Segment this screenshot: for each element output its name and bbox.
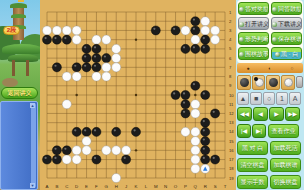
button-icon: [272, 37, 277, 42]
col-label: S: [214, 184, 217, 189]
black-stone: [42, 155, 51, 164]
panel-button-3[interactable]: 下载讲义: [271, 17, 302, 30]
move-nav-row: ◀◀◀▶▶▶: [237, 106, 303, 121]
white-stone: [72, 146, 81, 155]
white-stone: [82, 137, 91, 146]
black-stone-icon: [240, 78, 249, 87]
mode-strip: ●◐○: [237, 63, 303, 73]
white-stone: [112, 63, 121, 72]
panel-button-6[interactable]: 围棋故事: [238, 47, 269, 60]
bottom-button-0[interactable]: 查看作业: [268, 124, 299, 138]
alt-dot-icon: [254, 77, 258, 81]
marker-tool-2[interactable]: ○: [263, 92, 275, 105]
white-stone: [62, 72, 71, 81]
white-stone: [201, 17, 210, 26]
col-label: B: [55, 184, 58, 189]
black-stone: [201, 35, 210, 44]
row-label: 19: [229, 176, 234, 181]
col-label: G: [105, 184, 109, 189]
black-stone: [102, 54, 111, 63]
white-stone: [72, 26, 81, 35]
chat-list-panel[interactable]: ▲ ▼: [0, 101, 38, 190]
button-label: 下载讲义: [278, 21, 302, 27]
black-stone: [82, 63, 91, 72]
pavilion-column: [26, 60, 29, 76]
col-label: N: [164, 184, 167, 189]
marker-tool-0[interactable]: ▲: [237, 92, 249, 105]
black-stone: [211, 109, 220, 118]
button-icon: [239, 52, 244, 57]
bottom-button-1[interactable]: 黑 对 白: [237, 141, 268, 155]
col-label: E: [85, 184, 88, 189]
col-label: K: [135, 184, 138, 189]
black-stone: [52, 146, 61, 155]
jump-button-1[interactable]: ▶|: [252, 124, 266, 138]
scrollbar[interactable]: ▲ ▼: [31, 103, 36, 188]
white-stone: [181, 127, 190, 136]
black-stone: [171, 26, 180, 35]
white-stone: [112, 146, 121, 155]
white-stone: [52, 26, 61, 35]
white-stone: [191, 127, 200, 136]
bottom-button-3[interactable]: 清空棋盘: [237, 158, 268, 172]
black-stone: [181, 100, 190, 109]
scroll-down-icon[interactable]: ▼: [30, 183, 35, 188]
nav-button-2[interactable]: ▶: [269, 107, 284, 121]
marker-tool-4[interactable]: A: [289, 92, 301, 105]
white-stone: [191, 137, 200, 146]
black-stone: [82, 127, 91, 136]
white-stone: [62, 100, 71, 109]
black-stone: [92, 63, 101, 72]
white-stone: [62, 26, 71, 35]
black-stone: [52, 35, 61, 44]
panel-button-5[interactable]: 保存棋谱: [271, 32, 302, 45]
button-icon: [272, 22, 277, 27]
stone-tool-black2[interactable]: [266, 75, 280, 90]
row-label: 12: [229, 111, 234, 116]
pagoda-roof-icon: [11, 14, 26, 18]
button-label: 保存棋谱: [278, 36, 302, 42]
col-label: F: [95, 184, 98, 189]
white-stone: [191, 155, 200, 164]
button-label: 回答鼓励: [278, 6, 302, 12]
black-stone: [82, 44, 91, 53]
flag-icon: [18, 0, 24, 2]
black-stone: [201, 118, 210, 127]
black-stone: [201, 146, 210, 155]
row-label: 18: [229, 166, 234, 171]
row-label: 11: [229, 102, 234, 107]
black-stone: [201, 137, 210, 146]
black-stone: [72, 63, 81, 72]
stone-tool-white-alt[interactable]: [252, 75, 266, 90]
panel-button-7[interactable]: 黑 · 白: [271, 47, 302, 60]
black-stone: [82, 54, 91, 63]
black-stone: [92, 44, 101, 53]
black-stone: [52, 63, 61, 72]
go-board[interactable]: ABCDEFGHJKLMNOPQRST123456789101112131415…: [40, 0, 236, 190]
panel-button-2[interactable]: 打开讲义: [238, 17, 269, 30]
stone-tool-row: [237, 74, 303, 90]
white-stone: [122, 146, 131, 155]
button-icon: [239, 37, 244, 42]
button-icon: [239, 22, 244, 27]
black-stone: [52, 155, 61, 164]
white-stone: [112, 54, 121, 63]
white-stone: [102, 72, 111, 81]
black-stone: [92, 54, 101, 63]
row-label: 15: [229, 139, 234, 144]
black-stone: [191, 17, 200, 26]
black-stone: [181, 109, 190, 118]
col-label: P: [184, 184, 187, 189]
black-stone: [92, 127, 101, 136]
extra-tool-button[interactable]: [296, 76, 303, 88]
left-scene: 2段 返回讲义 ▲ ▼: [0, 0, 40, 190]
rank-badge: 2段: [3, 26, 20, 35]
white-stone: [211, 26, 220, 35]
row-label: 10: [229, 93, 234, 98]
marker-tool-1[interactable]: ■: [250, 92, 262, 105]
marker-tool-row: ▲■○1A: [237, 91, 303, 105]
button-icon: [275, 52, 280, 57]
pavilion-roof-icon: [2, 44, 40, 54]
white-stone: [191, 164, 200, 173]
col-label: M: [154, 184, 158, 189]
nav-button-3[interactable]: ▶▶: [285, 107, 300, 121]
mode-icon-0[interactable]: ●: [245, 65, 252, 71]
bottom-button-2[interactable]: 加载死活: [270, 141, 301, 155]
white-stone: [82, 146, 91, 155]
return-handout-button[interactable]: 返回讲义: [1, 87, 38, 99]
white-stone: [102, 146, 111, 155]
row-label: 17: [229, 157, 234, 162]
black-stone: [201, 127, 210, 136]
white-stone: [191, 100, 200, 109]
white-stone: [72, 155, 81, 164]
col-label: R: [204, 184, 207, 189]
col-label: J: [125, 184, 127, 189]
col-label: D: [75, 184, 78, 189]
bottom-button-6[interactable]: 切换棋盘: [270, 175, 301, 189]
black-stone: [191, 81, 200, 90]
scroll-up-icon[interactable]: ▲: [30, 103, 35, 108]
button-icon: [272, 7, 277, 12]
panel-button-1[interactable]: 回答鼓励: [271, 2, 302, 15]
black-stone: [181, 44, 190, 53]
rock-icon: [2, 78, 18, 87]
bottom-button-grid: |◀▶|查看作业黑 对 白加载死活清空棋盘加载棋谱显示手数切换棋盘: [237, 122, 303, 190]
col-label: C: [65, 184, 68, 189]
mode-icon-1[interactable]: ◐: [267, 65, 274, 71]
white-stone: [181, 26, 190, 35]
stone-tool-black[interactable]: [237, 75, 251, 90]
white-stone: [72, 72, 81, 81]
panel-button-4[interactable]: 形势判断: [238, 32, 269, 45]
mode-icon-2[interactable]: ○: [289, 65, 296, 71]
button-label: 打开讲义: [245, 21, 269, 27]
white-stone: [112, 173, 121, 182]
button-label: 围棋故事: [245, 51, 269, 57]
black-stone: [131, 127, 140, 136]
white-stone: [191, 35, 200, 44]
button-icon: [239, 7, 244, 12]
white-stone: [42, 26, 51, 35]
white-stone: [92, 72, 101, 81]
black-stone: [201, 90, 210, 99]
black-stone: [171, 90, 180, 99]
row-label: 16: [229, 148, 234, 153]
marker-tool-3[interactable]: 1: [276, 92, 288, 105]
nav-button-1[interactable]: ◀: [253, 107, 268, 121]
white-stone: [201, 26, 210, 35]
black-stone-icon: [269, 78, 278, 87]
stone-tool-white[interactable]: [281, 75, 295, 90]
top-button-grid: 答对奖励回答鼓励打开讲义下载讲义形势判断保存棋谱围棋故事黑 · 白: [237, 1, 303, 61]
black-stone: [122, 155, 131, 164]
col-label: T: [224, 184, 227, 189]
go-app-window: 2段 返回讲义 ▲ ▼ ABCDEFGHJKLMNOPQRST123456789…: [0, 0, 304, 190]
jump-button-0[interactable]: |◀: [237, 124, 251, 138]
black-stone: [112, 127, 121, 136]
white-stone: [191, 109, 200, 118]
black-stone: [191, 26, 200, 35]
white-stone: [191, 146, 200, 155]
black-stone: [201, 44, 210, 53]
black-stone: [211, 155, 220, 164]
black-stone: [201, 155, 210, 164]
col-label: Q: [194, 184, 198, 189]
pavilion-column: [12, 60, 15, 76]
button-label: 黑 · 白: [281, 51, 298, 57]
white-stone: [102, 35, 111, 44]
black-stone: [62, 146, 71, 155]
panel-button-0[interactable]: 答对奖励: [238, 2, 269, 15]
black-stone: [62, 35, 71, 44]
button-label: 答对奖励: [245, 6, 269, 12]
black-stone: [191, 44, 200, 53]
white-stone: [211, 35, 220, 44]
black-stone: [42, 35, 51, 44]
black-stone: [72, 127, 81, 136]
white-stone: [62, 155, 71, 164]
white-stone: [102, 63, 111, 72]
white-stone: [112, 44, 121, 53]
white-stone: [92, 35, 101, 44]
white-stone: [72, 35, 81, 44]
black-stone: [151, 26, 160, 35]
black-stone: [92, 155, 101, 164]
control-panel: 答对奖励回答鼓励打开讲义下载讲义形势判断保存棋谱围棋故事黑 · 白 ●◐○ ▲■…: [236, 0, 304, 190]
col-label: A: [46, 184, 49, 189]
white-stone-icon: [284, 78, 293, 87]
button-label: 形势判断: [245, 36, 269, 42]
nav-button-0[interactable]: ◀◀: [237, 107, 252, 121]
bottom-button-5[interactable]: 显示手数: [237, 175, 268, 189]
col-label: H: [115, 184, 118, 189]
pagoda-roof-icon: [10, 3, 27, 8]
row-label: 13: [229, 120, 234, 125]
black-stone: [181, 90, 190, 99]
col-label: O: [174, 184, 178, 189]
row-label: 14: [229, 129, 234, 134]
bottom-button-4[interactable]: 加载棋谱: [270, 158, 301, 172]
